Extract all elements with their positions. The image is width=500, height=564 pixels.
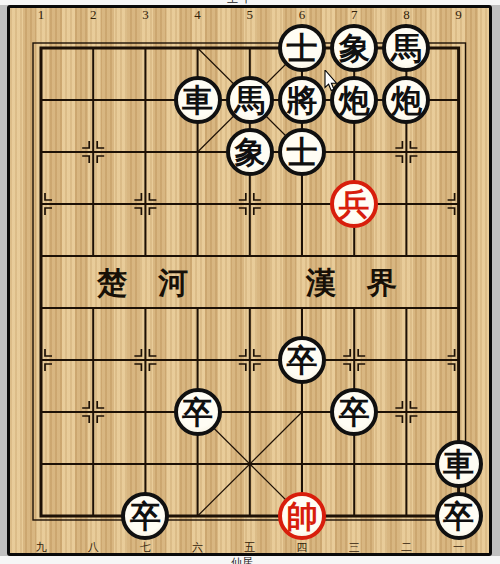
river-character: 河 bbox=[158, 268, 188, 298]
piece-black-advisor[interactable]: 士 bbox=[278, 24, 326, 72]
file-label-top: 3 bbox=[142, 8, 149, 21]
piece-black-chariot[interactable]: 車 bbox=[174, 76, 222, 124]
river-character: 楚 bbox=[97, 268, 127, 298]
piece-black-elephant[interactable]: 象 bbox=[330, 24, 378, 72]
piece-black-soldier[interactable]: 卒 bbox=[278, 336, 326, 384]
piece-black-advisor[interactable]: 士 bbox=[278, 128, 326, 176]
file-label-bottom: 八 bbox=[88, 542, 99, 553]
file-label-bottom: 九 bbox=[36, 542, 47, 553]
file-label-top: 8 bbox=[403, 8, 410, 21]
river-character: 漢 bbox=[306, 268, 336, 298]
clipped-text-top: 上 下 bbox=[227, 0, 252, 4]
file-label-top: 6 bbox=[299, 8, 306, 21]
file-label-top: 9 bbox=[455, 8, 462, 21]
file-label-bottom: 二 bbox=[401, 542, 412, 553]
clipped-text-bottom: 仙居 bbox=[231, 557, 253, 564]
file-label-top: 5 bbox=[247, 8, 254, 21]
piece-black-soldier[interactable]: 卒 bbox=[330, 388, 378, 436]
piece-black-elephant[interactable]: 象 bbox=[226, 128, 274, 176]
file-label-bottom: 七 bbox=[140, 542, 151, 553]
file-label-top: 7 bbox=[351, 8, 358, 21]
top-edge-strip: 上 下 bbox=[0, 0, 500, 5]
file-label-bottom: 三 bbox=[349, 542, 360, 553]
file-label-bottom: 一 bbox=[453, 542, 464, 553]
piece-red-soldier[interactable]: 兵 bbox=[330, 180, 378, 228]
piece-red-general[interactable]: 帥 bbox=[278, 492, 326, 540]
piece-black-chariot[interactable]: 車 bbox=[435, 440, 483, 488]
river-character: 界 bbox=[367, 268, 397, 298]
file-label-top: 1 bbox=[38, 8, 45, 21]
piece-black-cannon[interactable]: 炮 bbox=[330, 76, 378, 124]
piece-black-soldier[interactable]: 卒 bbox=[174, 388, 222, 436]
file-label-bottom: 四 bbox=[297, 542, 308, 553]
file-label-bottom: 五 bbox=[244, 542, 255, 553]
app-screen: 上 下 仙居 123456789 九八七六五四三二一 楚河漢界 士象馬車馬將炮炮… bbox=[0, 0, 500, 564]
piece-black-horse[interactable]: 馬 bbox=[226, 76, 274, 124]
piece-black-soldier[interactable]: 卒 bbox=[435, 492, 483, 540]
file-label-bottom: 六 bbox=[192, 542, 203, 553]
bottom-edge-strip: 仙居 bbox=[0, 556, 500, 564]
piece-black-general[interactable]: 將 bbox=[278, 76, 326, 124]
file-label-top: 4 bbox=[194, 8, 201, 21]
file-label-top: 2 bbox=[90, 8, 97, 21]
